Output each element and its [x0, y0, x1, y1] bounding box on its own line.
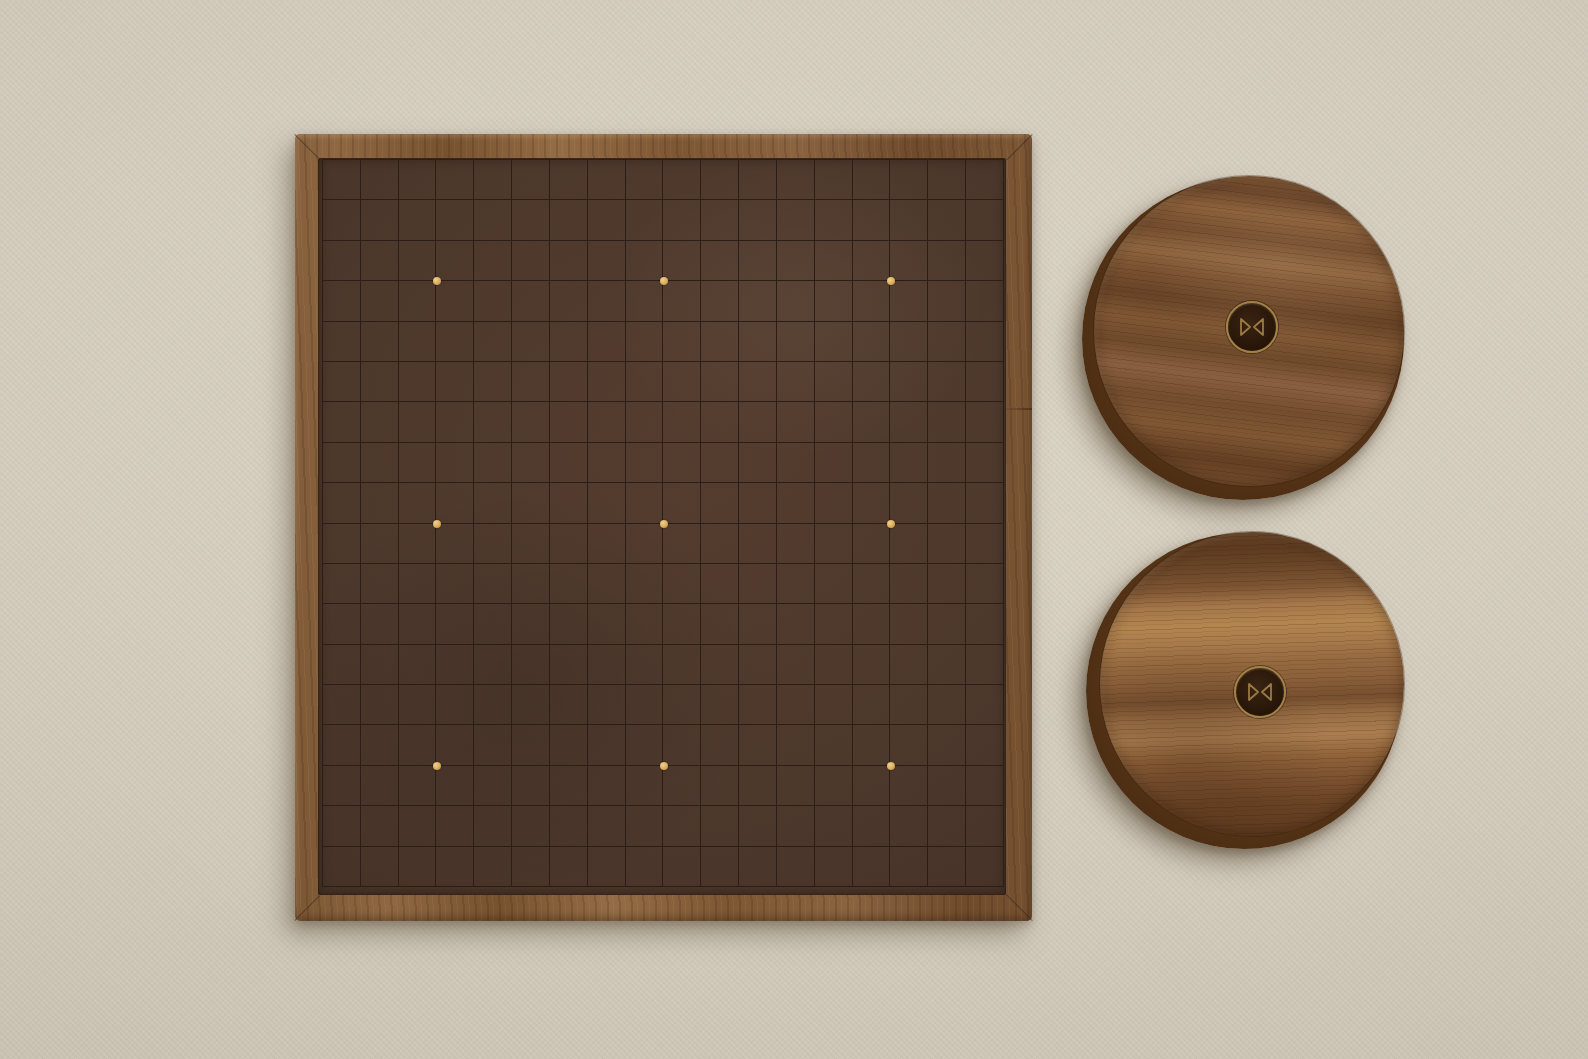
frame-miter-seam	[294, 896, 319, 921]
grid-cell	[626, 725, 664, 765]
grid-cell	[436, 524, 474, 564]
grid-cell	[853, 241, 891, 281]
grid-cell	[550, 766, 588, 806]
grid-cell	[436, 847, 474, 887]
grid-cell	[890, 443, 928, 483]
grid-cell	[663, 362, 701, 402]
grid-cell	[853, 645, 891, 685]
grid-cell	[323, 847, 361, 887]
grid-cell	[853, 443, 891, 483]
grid-cell	[474, 645, 512, 685]
grid-cell	[361, 402, 399, 442]
grid-cell	[588, 281, 626, 321]
grid-cell	[739, 847, 777, 887]
grid-cell	[361, 281, 399, 321]
grid-cell	[928, 645, 966, 685]
grid-cell	[815, 241, 853, 281]
grid-cell	[853, 281, 891, 321]
frame-miter-seam	[1007, 134, 1033, 160]
grid-cell	[474, 564, 512, 604]
grid-cell	[928, 200, 966, 240]
grid-cell	[777, 322, 815, 362]
grid-cell	[436, 443, 474, 483]
grid-cell	[626, 645, 664, 685]
grid-cell	[550, 645, 588, 685]
grid-cell	[890, 483, 928, 523]
grid-cell	[588, 766, 626, 806]
grid-cell	[701, 402, 739, 442]
grid-cell	[436, 241, 474, 281]
grid-cell	[399, 725, 437, 765]
grid-cell	[361, 685, 399, 725]
grid-cell	[550, 322, 588, 362]
star-point	[660, 277, 668, 285]
grid-cell	[474, 806, 512, 846]
grid-cell	[626, 847, 664, 887]
grid-cell	[474, 362, 512, 402]
grid-cell	[853, 564, 891, 604]
grid-cell	[361, 443, 399, 483]
grid-cell	[701, 685, 739, 725]
grid-cell	[588, 685, 626, 725]
grid-cell	[399, 241, 437, 281]
grid-cell	[815, 847, 853, 887]
grid-cell	[739, 604, 777, 644]
grid-cell	[853, 200, 891, 240]
grid-cell	[663, 685, 701, 725]
grid-cell	[588, 524, 626, 564]
bowl-medallion	[1234, 666, 1286, 718]
grid-cell	[399, 766, 437, 806]
grid-cell	[550, 524, 588, 564]
grid-cell	[739, 322, 777, 362]
grid-cell	[890, 604, 928, 644]
grid-cell	[550, 241, 588, 281]
grid-cell	[512, 241, 550, 281]
grid-cell	[512, 725, 550, 765]
grid-cell	[626, 564, 664, 604]
grid-cell	[701, 362, 739, 402]
grid-cell	[399, 847, 437, 887]
grid-cell	[588, 806, 626, 846]
grid-cell	[550, 847, 588, 887]
grid-cell	[512, 564, 550, 604]
star-point	[433, 277, 441, 285]
grid-cell	[777, 524, 815, 564]
grid-cell	[815, 604, 853, 644]
grid-cell	[928, 443, 966, 483]
grid-cell	[512, 322, 550, 362]
grid-cell	[701, 200, 739, 240]
grid-cell	[399, 160, 437, 200]
grid-cell	[361, 160, 399, 200]
grid-cell	[853, 604, 891, 644]
grid-cell	[399, 322, 437, 362]
grid-cell	[663, 806, 701, 846]
grid-cell	[815, 322, 853, 362]
grid-cell	[626, 604, 664, 644]
grid-cell	[853, 766, 891, 806]
grid-cell	[512, 281, 550, 321]
grid-cell	[626, 806, 664, 846]
grid-cell	[739, 402, 777, 442]
grid-cell	[966, 241, 1004, 281]
grid-cell	[701, 281, 739, 321]
grid-cell	[663, 443, 701, 483]
grid-cell	[928, 241, 966, 281]
grid-cell	[739, 241, 777, 281]
grid-cell	[474, 241, 512, 281]
grid-cell	[588, 402, 626, 442]
grid-cell	[890, 806, 928, 846]
grid-cell	[399, 564, 437, 604]
grid-cell	[777, 685, 815, 725]
grid-cell	[361, 362, 399, 402]
grid-cell	[853, 524, 891, 564]
grid-cell	[436, 362, 474, 402]
grid-cell	[890, 402, 928, 442]
grid-cell	[474, 725, 512, 765]
grid-cell	[626, 685, 664, 725]
grid-cell	[701, 645, 739, 685]
grid-cell	[815, 281, 853, 321]
grid-cell	[626, 362, 664, 402]
grid-cell	[701, 604, 739, 644]
grid-cell	[890, 847, 928, 887]
grid-cell	[777, 847, 815, 887]
grid-cell	[777, 766, 815, 806]
grid-cell	[550, 483, 588, 523]
grid-cell	[701, 241, 739, 281]
go-board	[295, 134, 1032, 921]
grid-cell	[701, 322, 739, 362]
grid-cell	[777, 362, 815, 402]
grid-cell	[550, 160, 588, 200]
grid-cell	[739, 160, 777, 200]
grid-cell	[361, 604, 399, 644]
grid-cell	[588, 847, 626, 887]
grid-cell	[739, 443, 777, 483]
grid-cell	[361, 524, 399, 564]
grid-cell	[361, 483, 399, 523]
grid-cell	[890, 200, 928, 240]
grid-cell	[512, 766, 550, 806]
grid-cell	[436, 402, 474, 442]
grid-cell	[323, 766, 361, 806]
grid-cell	[588, 483, 626, 523]
grid-cell	[323, 160, 361, 200]
grid-cell	[928, 322, 966, 362]
grid-cell	[626, 322, 664, 362]
grid-cell	[928, 725, 966, 765]
grid-cell	[739, 524, 777, 564]
grid-cell	[512, 685, 550, 725]
grid-cell	[588, 443, 626, 483]
grid-cell	[323, 564, 361, 604]
grid-cell	[890, 685, 928, 725]
grid-cell	[512, 524, 550, 564]
grid-cell	[399, 443, 437, 483]
grid-cell	[701, 766, 739, 806]
grid-cell	[512, 402, 550, 442]
grid-cell	[512, 443, 550, 483]
grid-cell	[928, 604, 966, 644]
grid-cell	[966, 483, 1004, 523]
grid-cell	[399, 524, 437, 564]
grid-cell	[890, 564, 928, 604]
grid-cell	[626, 402, 664, 442]
grid-cell	[436, 685, 474, 725]
stone-bowl-bottom	[1086, 532, 1418, 850]
grid-cell	[777, 200, 815, 240]
grid-cell	[436, 604, 474, 644]
grid-cell	[966, 806, 1004, 846]
grid-cell	[626, 443, 664, 483]
grid-cell	[399, 402, 437, 442]
grid-cell	[853, 725, 891, 765]
grid-cell	[399, 685, 437, 725]
grid-cell	[663, 200, 701, 240]
grid-cell	[474, 160, 512, 200]
grid-cell	[399, 281, 437, 321]
grid-cell	[815, 645, 853, 685]
grid-cell	[890, 362, 928, 402]
grid-cell	[436, 645, 474, 685]
grid-cell	[663, 402, 701, 442]
grid-cell	[928, 806, 966, 846]
grid-cell	[890, 281, 928, 321]
grid-cell	[815, 685, 853, 725]
grid-cell	[323, 322, 361, 362]
grid-cell	[966, 604, 1004, 644]
grid-cell	[777, 483, 815, 523]
grid-cell	[815, 564, 853, 604]
grid-cell	[436, 725, 474, 765]
grid-cell	[853, 847, 891, 887]
grid-cell	[436, 806, 474, 846]
grid-cell	[739, 362, 777, 402]
grid-cell	[588, 645, 626, 685]
grid-cell	[777, 160, 815, 200]
grid-cell	[739, 766, 777, 806]
grid-cell	[626, 483, 664, 523]
grid-cell	[588, 362, 626, 402]
grid-cell	[474, 443, 512, 483]
grid-cell	[436, 564, 474, 604]
grid-cell	[853, 322, 891, 362]
grid-cell	[777, 645, 815, 685]
grid-cell	[399, 806, 437, 846]
grid-cell	[928, 766, 966, 806]
grid-cell	[663, 847, 701, 887]
grid-cell	[436, 200, 474, 240]
grid-cell	[815, 160, 853, 200]
star-point	[433, 762, 441, 770]
grid-cell	[739, 645, 777, 685]
grid-cell	[815, 766, 853, 806]
star-point	[887, 520, 895, 528]
grid-cell	[323, 806, 361, 846]
star-point	[433, 520, 441, 528]
grid-cell	[323, 725, 361, 765]
grid-cell	[550, 604, 588, 644]
grid-cell	[777, 241, 815, 281]
grid-cell	[928, 524, 966, 564]
grid-cell	[361, 847, 399, 887]
grid-cell	[474, 322, 512, 362]
grid-cell	[739, 281, 777, 321]
grid-cell	[512, 160, 550, 200]
grid-cell	[853, 806, 891, 846]
grid-cell	[512, 847, 550, 887]
grid-cell	[928, 362, 966, 402]
grid-cell	[550, 402, 588, 442]
grid-cell	[588, 604, 626, 644]
grid-cell	[966, 281, 1004, 321]
grid-cell	[436, 483, 474, 523]
grid-cell	[663, 281, 701, 321]
grid-cell	[701, 847, 739, 887]
goban-grid	[322, 159, 1004, 887]
grid-cell	[815, 200, 853, 240]
grid-cell	[966, 847, 1004, 887]
star-point	[887, 762, 895, 770]
grid-cell	[853, 685, 891, 725]
grid-cell	[928, 402, 966, 442]
grid-cell	[815, 806, 853, 846]
grid-cell	[626, 241, 664, 281]
grid-cell	[512, 483, 550, 523]
grid-cell	[323, 200, 361, 240]
grid-cell	[701, 483, 739, 523]
grid-cell	[399, 200, 437, 240]
grid-cell	[777, 806, 815, 846]
grid-cell	[815, 362, 853, 402]
grid-cell	[853, 362, 891, 402]
grid-cell	[966, 160, 1004, 200]
grid-cell	[588, 241, 626, 281]
grid-cell	[323, 524, 361, 564]
grid-cell	[701, 725, 739, 765]
board-leather-surface	[318, 158, 1006, 895]
grid-cell	[890, 645, 928, 685]
grid-cell	[323, 604, 361, 644]
grid-cell	[474, 402, 512, 442]
grid-cell	[663, 322, 701, 362]
grid-cell	[739, 200, 777, 240]
grid-cell	[550, 806, 588, 846]
grid-cell	[815, 524, 853, 564]
grid-cell	[966, 322, 1004, 362]
grid-cell	[550, 200, 588, 240]
grid-cell	[512, 806, 550, 846]
grid-cell	[815, 725, 853, 765]
grid-cell	[323, 402, 361, 442]
grid-cell	[361, 322, 399, 362]
frame-miter-seam	[1006, 894, 1033, 921]
frame-miter-seam	[294, 134, 319, 159]
grid-cell	[928, 847, 966, 887]
grid-cell	[436, 322, 474, 362]
grid-cell	[361, 806, 399, 846]
grid-cell	[550, 564, 588, 604]
grid-cell	[701, 443, 739, 483]
grid-cell	[663, 524, 701, 564]
grid-cell	[626, 524, 664, 564]
grid-cell	[701, 806, 739, 846]
grid-cell	[663, 604, 701, 644]
grid-cell	[626, 200, 664, 240]
grid-cell	[323, 685, 361, 725]
grid-cell	[436, 281, 474, 321]
grid-cell	[399, 362, 437, 402]
grid-cell	[777, 402, 815, 442]
brand-logo-icon	[1245, 679, 1275, 705]
table-surface	[0, 0, 1588, 1059]
grid-cell	[853, 402, 891, 442]
grid-cell	[966, 685, 1004, 725]
grid-cell	[626, 766, 664, 806]
grid-cell	[890, 766, 928, 806]
grid-cell	[626, 281, 664, 321]
grid-cell	[474, 847, 512, 887]
grid-cell	[663, 483, 701, 523]
grid-cell	[739, 725, 777, 765]
grid-cell	[966, 725, 1004, 765]
grid-cell	[361, 725, 399, 765]
stone-bowl-top	[1082, 176, 1416, 502]
grid-cell	[361, 645, 399, 685]
grid-cell	[361, 200, 399, 240]
grid-cell	[550, 443, 588, 483]
grid-cell	[550, 725, 588, 765]
frame-joint-seam	[1006, 408, 1032, 410]
grid-cell	[890, 160, 928, 200]
grid-cell	[474, 483, 512, 523]
grid-cell	[474, 685, 512, 725]
grid-cell	[663, 645, 701, 685]
grid-cell	[474, 200, 512, 240]
grid-cell	[663, 160, 701, 200]
grid-cell	[474, 281, 512, 321]
grid-cell	[739, 806, 777, 846]
grid-cell	[663, 725, 701, 765]
grid-cell	[588, 725, 626, 765]
grid-cell	[966, 766, 1004, 806]
grid-cell	[474, 604, 512, 644]
grid-cell	[777, 443, 815, 483]
star-point	[887, 277, 895, 285]
bowl-medallion	[1226, 301, 1278, 353]
grid-cell	[777, 281, 815, 321]
grid-cell	[323, 241, 361, 281]
grid-cell	[512, 645, 550, 685]
grid-cell	[890, 241, 928, 281]
grid-cell	[890, 725, 928, 765]
grid-cell	[474, 524, 512, 564]
grid-cell	[777, 604, 815, 644]
grid-cell	[928, 281, 966, 321]
grid-cell	[777, 725, 815, 765]
grid-cell	[966, 200, 1004, 240]
grid-cell	[815, 402, 853, 442]
grid-cell	[777, 564, 815, 604]
grid-cell	[512, 362, 550, 402]
grid-cell	[323, 645, 361, 685]
grid-cell	[739, 685, 777, 725]
grid-cell	[928, 160, 966, 200]
grid-cell	[966, 362, 1004, 402]
